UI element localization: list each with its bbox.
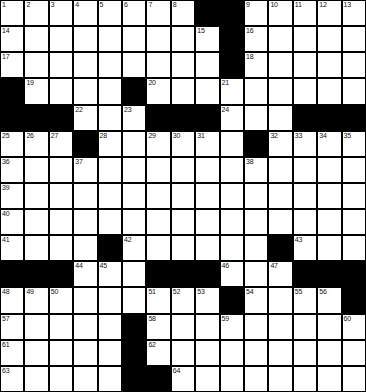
black-square-r2c10	[221, 27, 243, 51]
cell-r2c6[interactable]	[123, 27, 145, 51]
cell-r1c8[interactable]: 8	[172, 1, 194, 25]
black-square-r1c10	[221, 1, 243, 25]
clue-number-6: 6	[124, 1, 128, 9]
cell-r14c1[interactable]: 61	[1, 341, 23, 365]
cell-r4c13[interactable]	[294, 79, 316, 103]
cell-r15c2[interactable]	[25, 367, 47, 391]
clue-number-32: 32	[270, 132, 277, 140]
clue-number-46: 46	[222, 262, 229, 270]
clue-number-57: 57	[2, 315, 9, 323]
cell-r8c2[interactable]	[25, 184, 47, 208]
cell-r4c11[interactable]	[245, 79, 267, 103]
cell-r14c10[interactable]	[221, 341, 243, 365]
cell-r14c13[interactable]	[294, 341, 316, 365]
clue-number-23: 23	[124, 106, 131, 114]
black-square-r15c7	[147, 367, 169, 391]
cell-r9c13[interactable]	[294, 210, 316, 234]
black-square-r5c13	[294, 106, 316, 130]
cell-r12c7[interactable]: 51	[147, 288, 169, 312]
cell-r10c4[interactable]	[74, 236, 96, 260]
clue-number-45: 45	[100, 262, 107, 270]
clue-number-58: 58	[148, 315, 155, 323]
cell-r8c12[interactable]	[269, 184, 291, 208]
cell-r7c7[interactable]	[147, 158, 169, 182]
clue-number-64: 64	[173, 367, 180, 375]
clue-number-28: 28	[100, 132, 107, 140]
clue-number-16: 16	[246, 27, 253, 35]
cell-r9c15[interactable]	[343, 210, 365, 234]
clue-number-11: 11	[295, 1, 302, 9]
cell-r4c14[interactable]	[318, 79, 340, 103]
cell-r7c11[interactable]: 38	[245, 158, 267, 182]
cell-r6c3[interactable]: 27	[50, 132, 72, 156]
clue-number-51: 51	[148, 288, 155, 296]
clue-number-1: 1	[2, 1, 6, 9]
clue-number-59: 59	[222, 315, 229, 323]
clue-number-8: 8	[173, 1, 177, 9]
cell-r12c2[interactable]: 49	[25, 288, 47, 312]
cell-r4c10[interactable]: 21	[221, 79, 243, 103]
cell-r15c3[interactable]	[50, 367, 72, 391]
clue-number-10: 10	[270, 1, 277, 9]
cell-r1c2[interactable]: 2	[25, 1, 47, 25]
cell-r3c11[interactable]: 18	[245, 53, 267, 77]
cell-r14c11[interactable]	[245, 341, 267, 365]
cell-r9c1[interactable]: 40	[1, 210, 23, 234]
cell-r14c14[interactable]	[318, 341, 340, 365]
cell-r6c10[interactable]	[221, 132, 243, 156]
cell-r15c1[interactable]: 63	[1, 367, 23, 391]
cell-r7c6[interactable]	[123, 158, 145, 182]
cell-r8c9[interactable]	[196, 184, 218, 208]
cell-r13c7[interactable]: 58	[147, 315, 169, 339]
cell-r3c13[interactable]	[294, 53, 316, 77]
clue-number-7: 7	[148, 1, 152, 9]
black-square-r5c1	[1, 106, 23, 130]
cell-r14c9[interactable]	[196, 341, 218, 365]
cell-r4c7[interactable]: 20	[147, 79, 169, 103]
cell-r7c13[interactable]	[294, 158, 316, 182]
clue-number-4: 4	[75, 1, 79, 9]
black-square-r6c4	[74, 132, 96, 156]
cell-r4c9[interactable]	[196, 79, 218, 103]
cell-r2c5[interactable]	[99, 27, 121, 51]
clue-number-37: 37	[75, 158, 82, 166]
clue-number-54: 54	[246, 288, 253, 296]
cell-r13c11[interactable]	[245, 315, 267, 339]
cell-r15c15[interactable]	[343, 367, 365, 391]
black-square-r11c7	[147, 262, 169, 286]
cell-r10c3[interactable]	[50, 236, 72, 260]
cell-r7c10[interactable]	[221, 158, 243, 182]
black-square-r5c15	[343, 106, 365, 130]
cell-r2c3[interactable]	[50, 27, 72, 51]
cell-r2c13[interactable]	[294, 27, 316, 51]
cell-r5c12[interactable]	[269, 106, 291, 130]
cell-r13c13[interactable]	[294, 315, 316, 339]
black-square-r11c2	[25, 262, 47, 286]
black-square-r15c6	[123, 367, 145, 391]
cell-r9c6[interactable]	[123, 210, 145, 234]
cell-r8c8[interactable]	[172, 184, 194, 208]
cell-r10c13[interactable]: 43	[294, 236, 316, 260]
cell-r3c5[interactable]	[99, 53, 121, 77]
cell-r2c12[interactable]	[269, 27, 291, 51]
clue-number-53: 53	[197, 288, 204, 296]
cell-r9c5[interactable]	[99, 210, 121, 234]
black-square-r11c3	[50, 262, 72, 286]
cell-r4c15[interactable]	[343, 79, 365, 103]
cell-r15c8[interactable]: 64	[172, 367, 194, 391]
cell-r3c8[interactable]	[172, 53, 194, 77]
black-square-r5c14	[318, 106, 340, 130]
cell-r5c5[interactable]	[99, 106, 121, 130]
black-square-r4c6	[123, 79, 145, 103]
cell-r9c8[interactable]	[172, 210, 194, 234]
clue-number-13: 13	[344, 1, 351, 9]
cell-r3c3[interactable]	[50, 53, 72, 77]
cell-r12c14[interactable]: 56	[318, 288, 340, 312]
cell-r1c5[interactable]: 5	[99, 1, 121, 25]
cell-r3c14[interactable]	[318, 53, 340, 77]
cell-r2c14[interactable]	[318, 27, 340, 51]
cell-r10c8[interactable]	[172, 236, 194, 260]
cell-r8c5[interactable]	[99, 184, 121, 208]
clue-number-25: 25	[2, 132, 9, 140]
cell-r10c6[interactable]: 42	[123, 236, 145, 260]
cell-r12c8[interactable]: 52	[172, 288, 194, 312]
clue-number-20: 20	[148, 79, 155, 87]
clue-number-18: 18	[246, 53, 253, 61]
black-square-r12c10	[221, 288, 243, 312]
black-square-r5c9	[196, 106, 218, 130]
black-square-r13c6	[123, 315, 145, 339]
clue-number-61: 61	[2, 341, 9, 349]
cell-r10c2[interactable]	[25, 236, 47, 260]
black-square-r11c8	[172, 262, 194, 286]
cell-r13c8[interactable]	[172, 315, 194, 339]
clue-number-48: 48	[2, 288, 9, 296]
black-square-r5c8	[172, 106, 194, 130]
clue-number-56: 56	[319, 288, 326, 296]
cell-r2c1[interactable]: 14	[1, 27, 23, 51]
cell-r13c3[interactable]	[50, 315, 72, 339]
cell-r7c5[interactable]	[99, 158, 121, 182]
clue-number-49: 49	[26, 288, 33, 296]
cell-r6c14[interactable]: 34	[318, 132, 340, 156]
cell-r7c4[interactable]: 37	[74, 158, 96, 182]
clue-number-62: 62	[148, 341, 155, 349]
black-square-r12c15	[343, 288, 365, 312]
cell-r6c9[interactable]: 31	[196, 132, 218, 156]
cell-r9c11[interactable]	[245, 210, 267, 234]
black-square-r11c9	[196, 262, 218, 286]
cell-r14c4[interactable]	[74, 341, 96, 365]
cell-r14c15[interactable]	[343, 341, 365, 365]
cell-r14c2[interactable]	[25, 341, 47, 365]
cell-r5c4[interactable]: 22	[74, 106, 96, 130]
cell-r8c13[interactable]	[294, 184, 316, 208]
clue-number-21: 21	[222, 79, 229, 87]
cell-r2c15[interactable]	[343, 27, 365, 51]
cell-r6c8[interactable]: 30	[172, 132, 194, 156]
cell-r6c13[interactable]: 33	[294, 132, 316, 156]
black-square-r5c2	[25, 106, 47, 130]
cell-r8c1[interactable]: 39	[1, 184, 23, 208]
cell-r11c6[interactable]	[123, 262, 145, 286]
cell-r14c7[interactable]: 62	[147, 341, 169, 365]
clue-number-27: 27	[51, 132, 58, 140]
clue-number-55: 55	[295, 288, 302, 296]
cell-r12c1[interactable]: 48	[1, 288, 23, 312]
clue-number-63: 63	[2, 367, 9, 375]
clue-number-39: 39	[2, 184, 9, 192]
clue-number-41: 41	[2, 236, 9, 244]
cell-r1c3[interactable]: 3	[50, 1, 72, 25]
cell-r13c2[interactable]	[25, 315, 47, 339]
cell-r4c2[interactable]: 19	[25, 79, 47, 103]
clue-number-2: 2	[26, 1, 30, 9]
cell-r7c14[interactable]	[318, 158, 340, 182]
cell-r15c5[interactable]	[99, 367, 121, 391]
cell-r13c14[interactable]	[318, 315, 340, 339]
cell-r11c5[interactable]: 45	[99, 262, 121, 286]
cell-r1c13[interactable]: 11	[294, 1, 316, 25]
clue-number-60: 60	[344, 315, 351, 323]
cell-r4c5[interactable]	[99, 79, 121, 103]
cell-r8c3[interactable]	[50, 184, 72, 208]
clue-number-43: 43	[295, 236, 302, 244]
cell-r9c2[interactable]	[25, 210, 47, 234]
cell-r11c11[interactable]	[245, 262, 267, 286]
cell-r6c2[interactable]: 26	[25, 132, 47, 156]
cell-r12c11[interactable]: 54	[245, 288, 267, 312]
cell-r14c5[interactable]	[99, 341, 121, 365]
cell-r15c13[interactable]	[294, 367, 316, 391]
cell-r3c1[interactable]: 17	[1, 53, 23, 77]
cell-r12c4[interactable]	[74, 288, 96, 312]
clue-number-17: 17	[2, 53, 9, 61]
cell-r5c11[interactable]	[245, 106, 267, 130]
black-square-r1c9	[196, 1, 218, 25]
cell-r14c12[interactable]	[269, 341, 291, 365]
clue-number-26: 26	[26, 132, 33, 140]
black-square-r11c14	[318, 262, 340, 286]
cell-r13c4[interactable]	[74, 315, 96, 339]
cell-r4c3[interactable]	[50, 79, 72, 103]
crossword-page: 1234567891011121314151617181920212223242…	[0, 0, 366, 392]
clue-number-52: 52	[173, 288, 180, 296]
cell-r6c15[interactable]: 35	[343, 132, 365, 156]
cell-r11c4[interactable]: 44	[74, 262, 96, 286]
cell-r9c4[interactable]	[74, 210, 96, 234]
cell-r13c9[interactable]	[196, 315, 218, 339]
cell-r8c10[interactable]	[221, 184, 243, 208]
clue-number-36: 36	[2, 158, 9, 166]
cell-r12c3[interactable]: 50	[50, 288, 72, 312]
cell-r9c12[interactable]	[269, 210, 291, 234]
clue-number-15: 15	[197, 27, 204, 35]
black-square-r5c7	[147, 106, 169, 130]
cell-r9c7[interactable]	[147, 210, 169, 234]
black-square-r10c12	[269, 236, 291, 260]
clue-number-14: 14	[2, 27, 9, 35]
cell-r3c15[interactable]	[343, 53, 365, 77]
cell-r5c6[interactable]: 23	[123, 106, 145, 130]
cell-r1c12[interactable]: 10	[269, 1, 291, 25]
cell-r8c4[interactable]	[74, 184, 96, 208]
cell-r6c7[interactable]: 29	[147, 132, 169, 156]
cell-r4c12[interactable]	[269, 79, 291, 103]
cell-r14c8[interactable]	[172, 341, 194, 365]
clue-number-42: 42	[124, 236, 131, 244]
cell-r14c3[interactable]	[50, 341, 72, 365]
cell-r1c6[interactable]: 6	[123, 1, 145, 25]
cell-r3c9[interactable]	[196, 53, 218, 77]
cell-r6c6[interactable]	[123, 132, 145, 156]
cell-r12c13[interactable]: 55	[294, 288, 316, 312]
cell-r13c15[interactable]: 60	[343, 315, 365, 339]
cell-r1c14[interactable]: 12	[318, 1, 340, 25]
cell-r3c12[interactable]	[269, 53, 291, 77]
cell-r9c3[interactable]	[50, 210, 72, 234]
cell-r8c7[interactable]	[147, 184, 169, 208]
cell-r12c9[interactable]: 53	[196, 288, 218, 312]
cell-r10c14[interactable]	[318, 236, 340, 260]
cell-r15c10[interactable]	[221, 367, 243, 391]
cell-r7c2[interactable]	[25, 158, 47, 182]
clue-number-33: 33	[295, 132, 302, 140]
cell-r2c11[interactable]: 16	[245, 27, 267, 51]
cell-r10c10[interactable]	[221, 236, 243, 260]
cell-r2c2[interactable]	[25, 27, 47, 51]
clue-number-47: 47	[270, 262, 277, 270]
cell-r4c4[interactable]	[74, 79, 96, 103]
cell-r7c12[interactable]	[269, 158, 291, 182]
cell-r15c9[interactable]	[196, 367, 218, 391]
clue-number-24: 24	[222, 106, 229, 114]
clue-number-31: 31	[197, 132, 204, 140]
cell-r12c5[interactable]	[99, 288, 121, 312]
cell-r10c9[interactable]	[196, 236, 218, 260]
cell-r2c8[interactable]	[172, 27, 194, 51]
clue-number-34: 34	[319, 132, 326, 140]
clue-number-38: 38	[246, 158, 253, 166]
cell-r13c12[interactable]	[269, 315, 291, 339]
clue-number-44: 44	[75, 262, 82, 270]
black-square-r10c5	[99, 236, 121, 260]
clue-number-50: 50	[51, 288, 58, 296]
cell-r8c11[interactable]	[245, 184, 267, 208]
cell-r13c1[interactable]: 57	[1, 315, 23, 339]
black-square-r11c13	[294, 262, 316, 286]
cell-r6c12[interactable]: 32	[269, 132, 291, 156]
cell-r6c1[interactable]: 25	[1, 132, 23, 156]
cell-r3c4[interactable]	[74, 53, 96, 77]
cell-r12c12[interactable]	[269, 288, 291, 312]
clue-number-29: 29	[148, 132, 155, 140]
cell-r9c9[interactable]	[196, 210, 218, 234]
cell-r2c9[interactable]: 15	[196, 27, 218, 51]
cell-r11c12[interactable]: 47	[269, 262, 291, 286]
cell-r15c14[interactable]	[318, 367, 340, 391]
cell-r10c7[interactable]	[147, 236, 169, 260]
black-square-r4c1	[1, 79, 23, 103]
cell-r10c11[interactable]	[245, 236, 267, 260]
cell-r2c4[interactable]	[74, 27, 96, 51]
cell-r15c12[interactable]	[269, 367, 291, 391]
cell-r8c6[interactable]	[123, 184, 145, 208]
cell-r15c11[interactable]	[245, 367, 267, 391]
cell-r13c10[interactable]: 59	[221, 315, 243, 339]
clue-number-3: 3	[51, 1, 55, 9]
cell-r1c4[interactable]: 4	[74, 1, 96, 25]
cell-r7c9[interactable]	[196, 158, 218, 182]
clue-number-40: 40	[2, 210, 9, 218]
clue-number-22: 22	[75, 106, 82, 114]
cell-r11c10[interactable]: 46	[221, 262, 243, 286]
black-square-r11c15	[343, 262, 365, 286]
cell-r5c10[interactable]: 24	[221, 106, 243, 130]
cell-r15c4[interactable]	[74, 367, 96, 391]
cell-r9c10[interactable]	[221, 210, 243, 234]
black-square-r14c6	[123, 341, 145, 365]
black-square-r6c11	[245, 132, 267, 156]
cell-r10c1[interactable]: 41	[1, 236, 23, 260]
clue-number-9: 9	[246, 1, 250, 9]
cell-r2c7[interactable]	[147, 27, 169, 51]
crossword-grid: 1234567891011121314151617181920212223242…	[0, 0, 366, 392]
cell-r7c8[interactable]	[172, 158, 194, 182]
cell-r1c7[interactable]: 7	[147, 1, 169, 25]
cell-r13c5[interactable]	[99, 315, 121, 339]
clue-number-35: 35	[344, 132, 351, 140]
black-square-r3c10	[221, 53, 243, 77]
cell-r3c2[interactable]	[25, 53, 47, 77]
clue-number-5: 5	[100, 1, 104, 9]
cell-r10c15[interactable]	[343, 236, 365, 260]
cell-r3c7[interactable]	[147, 53, 169, 77]
cell-r7c15[interactable]	[343, 158, 365, 182]
cell-r9c14[interactable]	[318, 210, 340, 234]
black-square-r5c3	[50, 106, 72, 130]
cell-r1c1[interactable]: 1	[1, 1, 23, 25]
cell-r7c3[interactable]	[50, 158, 72, 182]
cell-r1c15[interactable]: 13	[343, 1, 365, 25]
cell-r7c1[interactable]: 36	[1, 158, 23, 182]
black-square-r11c1	[1, 262, 23, 286]
cell-r6c5[interactable]: 28	[99, 132, 121, 156]
clue-number-30: 30	[173, 132, 180, 140]
cell-r4c8[interactable]	[172, 79, 194, 103]
clue-number-19: 19	[26, 79, 33, 87]
cell-r12c6[interactable]	[123, 288, 145, 312]
cell-r8c15[interactable]	[343, 184, 365, 208]
cell-r1c11[interactable]: 9	[245, 1, 267, 25]
clue-number-12: 12	[319, 1, 326, 9]
cell-r3c6[interactable]	[123, 53, 145, 77]
cell-r8c14[interactable]	[318, 184, 340, 208]
